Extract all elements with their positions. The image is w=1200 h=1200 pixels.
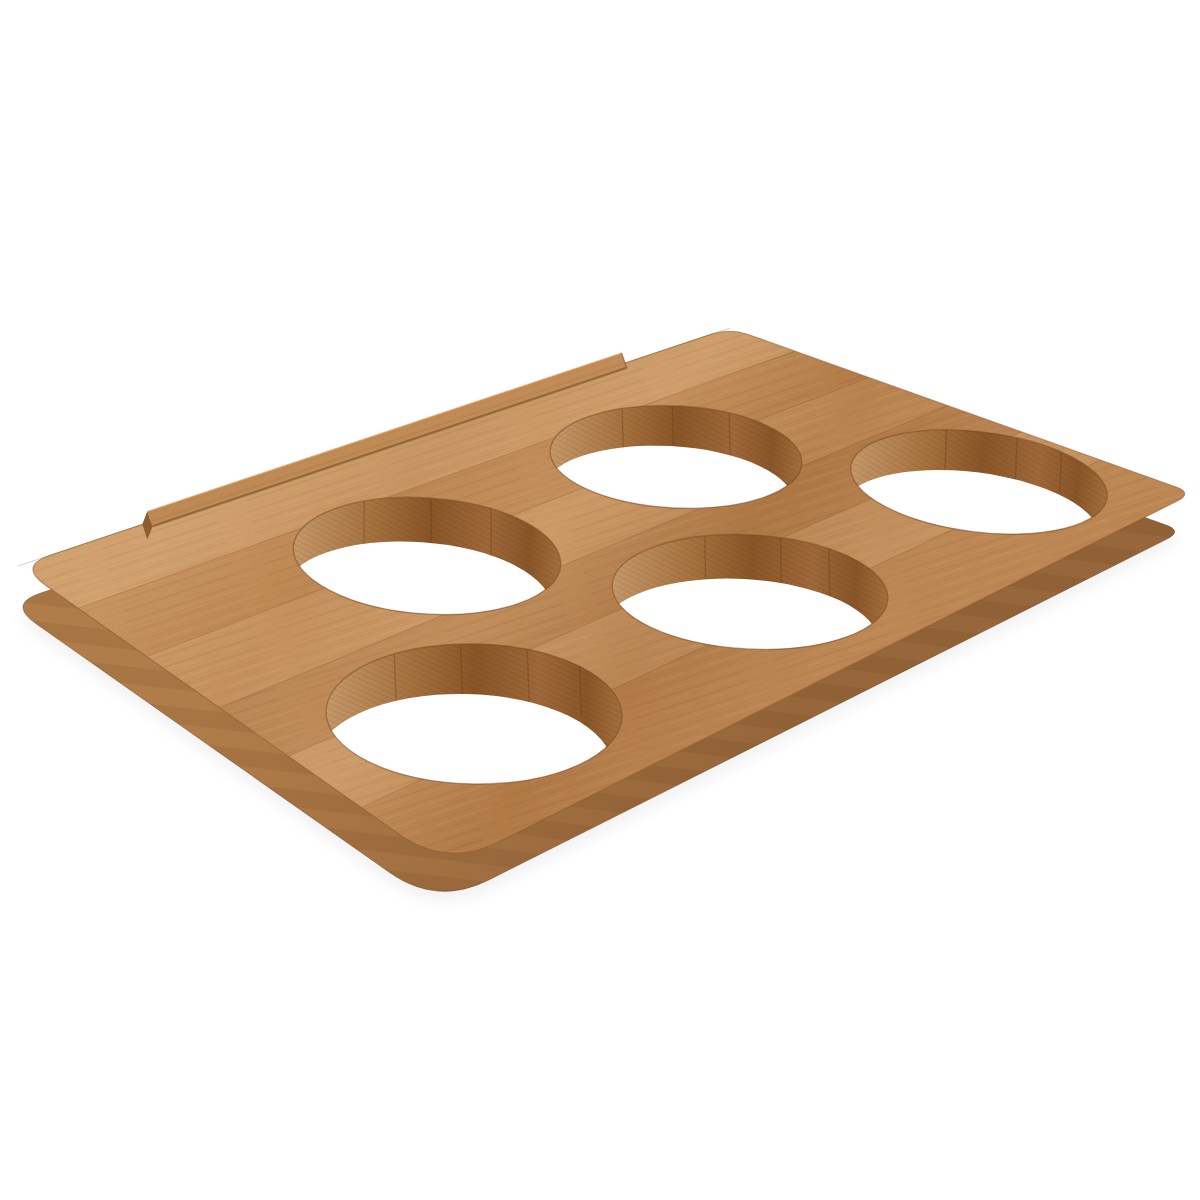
wooden-tray-photo [0, 0, 1200, 1200]
photo-stage [0, 0, 1200, 1200]
